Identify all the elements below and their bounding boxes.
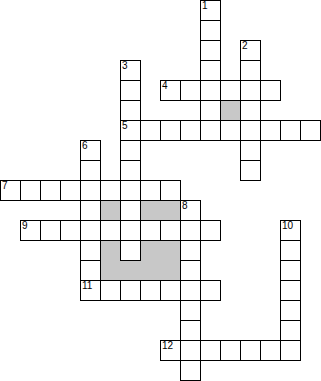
clue-number: 10 bbox=[282, 221, 293, 231]
clue-number: 5 bbox=[122, 121, 128, 131]
letter-cell[interactable] bbox=[160, 120, 181, 141]
letter-cell[interactable] bbox=[220, 340, 241, 361]
letter-cell[interactable] bbox=[200, 80, 221, 101]
letter-cell[interactable] bbox=[180, 280, 201, 301]
letter-cell[interactable] bbox=[100, 180, 121, 201]
letter-cell[interactable] bbox=[200, 120, 221, 141]
clue-number: 9 bbox=[22, 221, 28, 231]
letter-cell[interactable] bbox=[280, 340, 301, 361]
letter-cell[interactable] bbox=[180, 260, 201, 281]
letter-cell[interactable] bbox=[180, 300, 201, 321]
letter-cell[interactable] bbox=[180, 240, 201, 261]
letter-cell[interactable] bbox=[220, 80, 241, 101]
blocked-cell bbox=[140, 240, 161, 261]
letter-cell[interactable] bbox=[160, 280, 181, 301]
letter-cell[interactable] bbox=[80, 160, 101, 181]
letter-cell[interactable] bbox=[240, 140, 261, 161]
letter-cell[interactable] bbox=[120, 200, 141, 221]
letter-cell[interactable] bbox=[280, 300, 301, 321]
letter-cell[interactable] bbox=[280, 120, 301, 141]
blocked-cell bbox=[140, 260, 161, 281]
letter-cell[interactable] bbox=[300, 120, 321, 141]
letter-cell[interactable] bbox=[80, 240, 101, 261]
letter-cell[interactable] bbox=[200, 340, 221, 361]
blocked-cell bbox=[100, 200, 121, 221]
clue-number: 2 bbox=[242, 41, 248, 51]
letter-cell[interactable] bbox=[180, 120, 201, 141]
letter-cell[interactable] bbox=[260, 120, 281, 141]
letter-cell[interactable] bbox=[180, 220, 201, 241]
clue-number: 3 bbox=[122, 61, 128, 71]
letter-cell[interactable] bbox=[160, 220, 181, 241]
letter-cell[interactable] bbox=[200, 40, 221, 61]
letter-cell[interactable] bbox=[240, 60, 261, 81]
letter-cell[interactable] bbox=[200, 100, 221, 121]
letter-cell[interactable] bbox=[200, 220, 221, 241]
letter-cell[interactable] bbox=[200, 20, 221, 41]
letter-cell[interactable] bbox=[280, 320, 301, 341]
letter-cell[interactable] bbox=[20, 180, 41, 201]
letter-cell[interactable] bbox=[120, 220, 141, 241]
letter-cell[interactable] bbox=[240, 340, 261, 361]
blocked-cell bbox=[220, 100, 241, 121]
letter-cell[interactable] bbox=[240, 120, 261, 141]
letter-cell[interactable] bbox=[100, 280, 121, 301]
letter-cell[interactable] bbox=[220, 120, 241, 141]
letter-cell[interactable] bbox=[140, 120, 161, 141]
clue-number: 11 bbox=[82, 281, 92, 291]
blocked-cell bbox=[120, 260, 141, 281]
letter-cell[interactable] bbox=[80, 180, 101, 201]
clue-number: 12 bbox=[162, 341, 173, 351]
clue-number: 7 bbox=[2, 181, 8, 191]
letter-cell[interactable] bbox=[140, 180, 161, 201]
letter-cell[interactable] bbox=[120, 100, 141, 121]
clue-number: 6 bbox=[82, 141, 88, 151]
letter-cell[interactable] bbox=[200, 280, 221, 301]
letter-cell[interactable] bbox=[80, 260, 101, 281]
letter-cell[interactable] bbox=[100, 220, 121, 241]
letter-cell[interactable] bbox=[260, 80, 281, 101]
letter-cell[interactable] bbox=[60, 180, 81, 201]
clue-number: 1 bbox=[202, 1, 208, 11]
letter-cell[interactable] bbox=[140, 280, 161, 301]
letter-cell[interactable] bbox=[120, 280, 141, 301]
letter-cell[interactable] bbox=[200, 60, 221, 81]
letter-cell[interactable] bbox=[280, 260, 301, 281]
blocked-cell bbox=[160, 200, 181, 221]
clue-number: 8 bbox=[182, 201, 188, 211]
letter-cell[interactable] bbox=[40, 220, 61, 241]
letter-cell[interactable] bbox=[280, 280, 301, 301]
blocked-cell bbox=[100, 240, 121, 261]
letter-cell[interactable] bbox=[180, 80, 201, 101]
letter-cell[interactable] bbox=[240, 100, 261, 121]
blocked-cell bbox=[160, 240, 181, 261]
letter-cell[interactable] bbox=[180, 340, 201, 361]
blocked-cell bbox=[140, 200, 161, 221]
letter-cell[interactable] bbox=[120, 80, 141, 101]
letter-cell[interactable] bbox=[60, 220, 81, 241]
letter-cell[interactable] bbox=[240, 80, 261, 101]
letter-cell[interactable] bbox=[80, 220, 101, 241]
letter-cell[interactable] bbox=[80, 200, 101, 221]
letter-cell[interactable] bbox=[120, 180, 141, 201]
letter-cell[interactable] bbox=[280, 240, 301, 261]
letter-cell[interactable] bbox=[180, 360, 201, 381]
letter-cell[interactable] bbox=[120, 240, 141, 261]
letter-cell[interactable] bbox=[40, 180, 61, 201]
blocked-cell bbox=[100, 260, 121, 281]
letter-cell[interactable] bbox=[180, 320, 201, 341]
clue-number: 4 bbox=[162, 81, 168, 91]
letter-cell[interactable] bbox=[120, 160, 141, 181]
crossword-board: 123456789101112 bbox=[0, 0, 321, 381]
letter-cell[interactable] bbox=[260, 340, 281, 361]
letter-cell[interactable] bbox=[240, 160, 261, 181]
letter-cell[interactable] bbox=[140, 220, 161, 241]
letter-cell[interactable] bbox=[160, 180, 181, 201]
blocked-cell bbox=[160, 260, 181, 281]
letter-cell[interactable] bbox=[120, 140, 141, 161]
